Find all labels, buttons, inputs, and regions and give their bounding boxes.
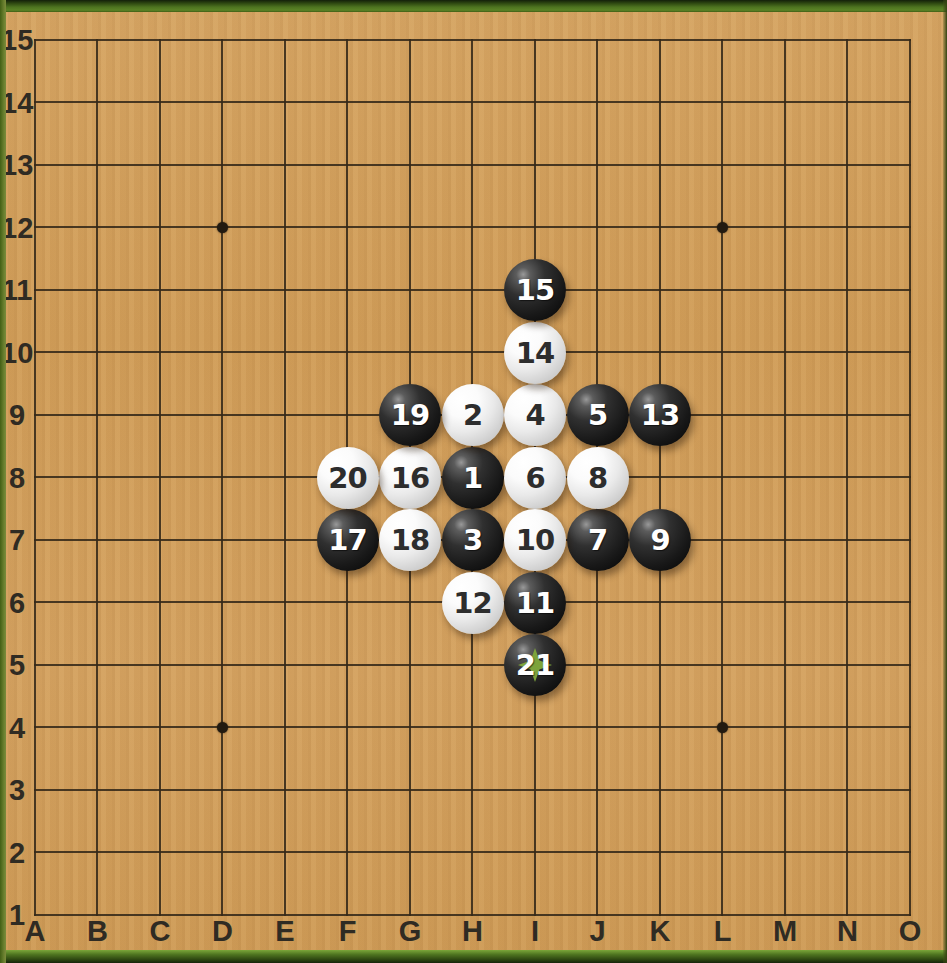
stone-move-number: 5: [588, 398, 607, 432]
stone-black-J9[interactable]: 5: [567, 384, 629, 446]
stone-move-number: 20: [328, 461, 366, 495]
stone-move-number: 21: [516, 648, 554, 682]
stone-move-number: 10: [516, 523, 554, 557]
stone-move-number: 1: [463, 461, 482, 495]
stone-move-number: 17: [328, 523, 366, 557]
stone-black-J7[interactable]: 7: [567, 509, 629, 571]
stone-white-G7[interactable]: 18: [379, 509, 441, 571]
stone-move-number: 8: [588, 461, 607, 495]
stone-move-number: 19: [391, 398, 429, 432]
stone-move-number: 4: [525, 398, 544, 432]
stone-black-F7[interactable]: 17: [317, 509, 379, 571]
stone-move-number: 6: [525, 461, 544, 495]
board-frame-right: [943, 0, 947, 963]
stone-move-number: 11: [516, 586, 554, 620]
stone-move-number: 13: [641, 398, 679, 432]
stone-move-number: 3: [463, 523, 482, 557]
gomoku-board-screen: 151413121110987654321 ABCDEFGHIJKLMNO 12…: [0, 0, 947, 963]
stone-black-G9[interactable]: 19: [379, 384, 441, 446]
stone-move-number: 14: [516, 336, 554, 370]
stone-white-J8[interactable]: 8: [567, 447, 629, 509]
stone-move-number: 2: [463, 398, 482, 432]
stone-black-I11[interactable]: 15: [504, 259, 566, 321]
stone-white-I7[interactable]: 10: [504, 509, 566, 571]
board-frame-left: [0, 0, 6, 963]
stone-move-number: 12: [453, 586, 491, 620]
stone-black-K7[interactable]: 9: [629, 509, 691, 571]
stone-black-K9[interactable]: 13: [629, 384, 691, 446]
stone-black-I6[interactable]: 11: [504, 572, 566, 634]
stones-layer: 123456789101112131415161718192021: [4, 9, 942, 947]
stone-white-I9[interactable]: 4: [504, 384, 566, 446]
board-frame-top: [0, 0, 947, 12]
stone-black-H7[interactable]: 3: [442, 509, 504, 571]
stone-black-I5[interactable]: 21: [504, 634, 566, 696]
stone-move-number: 18: [391, 523, 429, 557]
stone-white-F8[interactable]: 20: [317, 447, 379, 509]
stone-move-number: 9: [650, 523, 669, 557]
stone-white-I8[interactable]: 6: [504, 447, 566, 509]
stone-move-number: 15: [516, 273, 554, 307]
stone-black-H8[interactable]: 1: [442, 447, 504, 509]
stone-move-number: 16: [391, 461, 429, 495]
stone-move-number: 7: [588, 523, 607, 557]
stone-white-G8[interactable]: 16: [379, 447, 441, 509]
stone-white-H6[interactable]: 12: [442, 572, 504, 634]
stone-white-H9[interactable]: 2: [442, 384, 504, 446]
stone-white-I10[interactable]: 14: [504, 322, 566, 384]
board-frame-bottom: [0, 950, 947, 963]
